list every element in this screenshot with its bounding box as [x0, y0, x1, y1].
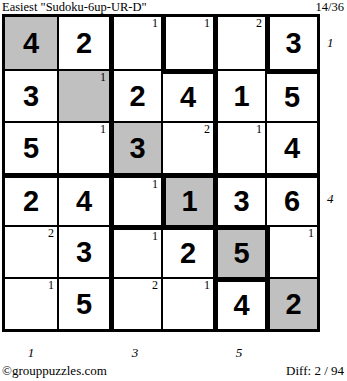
- pencil-mark: 2: [48, 227, 54, 240]
- cell-value: 2: [285, 290, 301, 319]
- cell-r2c2[interactable]: 1: [57, 69, 109, 121]
- pencil-mark: 1: [256, 123, 262, 136]
- cell-value: 2: [129, 82, 145, 111]
- page-title: Easiest "Sudoku-6up-UR-D": [2, 0, 147, 14]
- pencil-mark: 1: [204, 279, 210, 292]
- cell-r5c1[interactable]: 2: [5, 225, 57, 277]
- pencil-mark: 1: [152, 17, 158, 30]
- pencil-mark: 1: [152, 230, 158, 243]
- cell-value: 4: [23, 29, 39, 58]
- pencil-mark: 1: [152, 178, 158, 191]
- cell-r2c6[interactable]: 5: [265, 69, 317, 121]
- cell-value: 1: [181, 187, 197, 216]
- cell-value: 4: [233, 291, 249, 320]
- cell-value: 4: [180, 83, 196, 112]
- cell-r3c4[interactable]: 2: [161, 121, 213, 173]
- cell-r4c6[interactable]: 6: [265, 173, 317, 225]
- cell-value: 6: [284, 187, 300, 216]
- row-label-4: 4: [327, 191, 343, 206]
- cell-r6c5[interactable]: 4: [213, 277, 265, 329]
- header: Easiest "Sudoku-6up-UR-D" 14/36: [2, 0, 344, 14]
- cell-r1c4[interactable]: 1: [161, 17, 213, 69]
- cell-r1c6[interactable]: 3: [265, 17, 317, 69]
- pencil-mark: 1: [308, 227, 314, 240]
- cell-value: 5: [233, 239, 249, 268]
- footer: ©grouppuzzles.com Diff: 2 / 94: [2, 363, 344, 378]
- difficulty-text: Diff: 2 / 94: [286, 363, 344, 378]
- pencil-mark: 1: [100, 71, 106, 84]
- cell-value: 5: [284, 83, 300, 112]
- row-label-1: 1: [327, 35, 343, 50]
- copyright-text: ©grouppuzzles.com: [2, 363, 107, 378]
- puzzle-counter: 14/36: [316, 0, 344, 14]
- cell-value: 3: [76, 238, 92, 267]
- pencil-mark: 2: [256, 17, 262, 30]
- cell-r4c5[interactable]: 3: [213, 173, 265, 225]
- cell-r5c3[interactable]: 1: [109, 225, 161, 277]
- cell-value: 2: [76, 29, 92, 58]
- cell-value: 2: [180, 239, 196, 268]
- cell-value: 1: [233, 82, 249, 111]
- col-label-1: 1: [21, 345, 41, 360]
- cell-r5c2[interactable]: 3: [57, 225, 109, 277]
- cell-r3c2[interactable]: 1: [57, 121, 109, 173]
- cell-value: 5: [76, 290, 92, 319]
- cell-r6c4[interactable]: 1: [161, 277, 213, 329]
- cell-r4c1[interactable]: 2: [5, 173, 57, 225]
- cell-r4c4[interactable]: 1: [161, 173, 213, 225]
- pencil-mark: 2: [204, 123, 210, 136]
- pencil-mark: 2: [152, 279, 158, 292]
- cell-value: 3: [23, 82, 39, 111]
- puzzle-page: Easiest "Sudoku-6up-UR-D" 14/36 42112331…: [0, 0, 347, 381]
- cell-r6c2[interactable]: 5: [57, 277, 109, 329]
- cell-r2c1[interactable]: 3: [5, 69, 57, 121]
- cell-r2c4[interactable]: 4: [161, 69, 213, 121]
- cell-value: 3: [233, 187, 249, 216]
- cell-r5c6[interactable]: 1: [265, 225, 317, 277]
- cell-r1c3[interactable]: 1: [109, 17, 161, 69]
- pencil-mark: 1: [204, 17, 210, 30]
- cell-r1c1[interactable]: 4: [5, 17, 57, 69]
- cell-value: 3: [129, 134, 145, 163]
- col-label-5: 5: [229, 345, 249, 360]
- cell-r5c5[interactable]: 5: [213, 225, 265, 277]
- cell-r4c2[interactable]: 4: [57, 173, 109, 225]
- cell-r3c5[interactable]: 1: [213, 121, 265, 173]
- pencil-mark: 1: [100, 123, 106, 136]
- cell-value: 4: [284, 134, 300, 163]
- cell-r3c3[interactable]: 3: [109, 121, 161, 173]
- cell-r6c1[interactable]: 1: [5, 277, 57, 329]
- col-label-3: 3: [125, 345, 145, 360]
- pencil-mark: 1: [48, 279, 54, 292]
- cell-r6c3[interactable]: 2: [109, 277, 161, 329]
- cell-r3c6[interactable]: 4: [265, 121, 317, 173]
- cell-r6c6[interactable]: 2: [265, 277, 317, 329]
- cell-value: 5: [23, 134, 39, 163]
- cell-value: 4: [76, 187, 92, 216]
- cell-r5c4[interactable]: 2: [161, 225, 213, 277]
- cell-r1c2[interactable]: 2: [57, 17, 109, 69]
- cell-r3c1[interactable]: 5: [5, 121, 57, 173]
- cell-value: 2: [23, 187, 39, 216]
- cell-r4c3[interactable]: 1: [109, 173, 161, 225]
- cell-r1c5[interactable]: 2: [213, 17, 265, 69]
- cell-r2c3[interactable]: 2: [109, 69, 161, 121]
- cell-value: 3: [285, 29, 301, 58]
- cell-r2c5[interactable]: 1: [213, 69, 265, 121]
- board: 421123312415513214241136231251152142: [2, 14, 320, 332]
